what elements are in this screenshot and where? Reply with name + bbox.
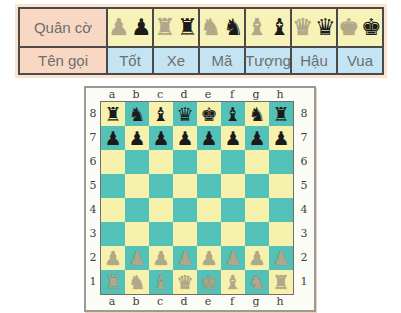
square-e2[interactable]: ♟ (197, 246, 221, 270)
legend-table: Quân cờ♟♟♜♜♞♞♝♝♛♛♚♚Tên gọiTốtXeMãTượngHậ… (15, 4, 387, 78)
legend-name-cell-bishop: Tượng (246, 48, 290, 73)
square-h1[interactable]: ♜ (269, 270, 293, 294)
black-piece-c8: ♝ (152, 102, 169, 126)
square-f4[interactable] (221, 198, 245, 222)
rank-label-1: 1 (294, 270, 314, 294)
square-f3[interactable] (221, 222, 245, 246)
square-h6[interactable] (269, 150, 293, 174)
white-piece-h2: ♟ (272, 246, 289, 270)
black-king-icon: ♚ (361, 16, 382, 39)
black-rook-icon: ♜ (177, 16, 198, 39)
white-knight-icon: ♞ (200, 16, 221, 39)
rank-label-2: 2 (294, 246, 314, 270)
square-c1[interactable]: ♝ (149, 270, 173, 294)
rank-label-1: 1 (86, 270, 100, 294)
square-d8[interactable]: ♛ (173, 102, 197, 126)
rank-labels-right: 87654321 (294, 101, 314, 295)
legend-row1-label: Quân cờ (20, 9, 106, 46)
square-d3[interactable] (173, 222, 197, 246)
rank-label-2: 2 (86, 246, 100, 270)
white-queen-icon: ♛ (292, 16, 313, 39)
file-label-b: b (124, 88, 148, 101)
white-piece-f1: ♝ (224, 270, 241, 294)
black-piece-d7: ♟ (176, 126, 193, 150)
square-g4[interactable] (245, 198, 269, 222)
board-middle: 87654321 ♜♞♝♛♚♝♞♜♟♟♟♟♟♟♟♟♟♟♟♟♟♟♟♟♜♞♝♛♚♝♞… (86, 101, 314, 295)
file-labels-top: abcdefgh (100, 88, 314, 101)
white-piece-d1: ♛ (176, 270, 193, 294)
square-c3[interactable] (149, 222, 173, 246)
legend-piece-cell-queen: ♛♛ (292, 9, 336, 46)
white-piece-a2: ♟ (104, 246, 121, 270)
square-g8[interactable]: ♞ (245, 102, 269, 126)
file-label-g: g (244, 88, 268, 101)
legend-name-cell-rook: Xe (154, 48, 198, 73)
file-labels-bottom: abcdefgh (100, 295, 314, 310)
file-label-f: f (220, 295, 244, 310)
square-f8[interactable]: ♝ (221, 102, 245, 126)
square-e1[interactable]: ♚ (197, 270, 221, 294)
square-a3[interactable] (101, 222, 125, 246)
black-piece-f8: ♝ (224, 102, 241, 126)
square-f6[interactable] (221, 150, 245, 174)
square-g3[interactable] (245, 222, 269, 246)
square-e3[interactable] (197, 222, 221, 246)
square-c5[interactable] (149, 174, 173, 198)
square-h5[interactable] (269, 174, 293, 198)
white-piece-c1: ♝ (152, 270, 169, 294)
square-f5[interactable] (221, 174, 245, 198)
square-a8[interactable]: ♜ (101, 102, 125, 126)
black-piece-a7: ♟ (104, 126, 121, 150)
rank-label-4: 4 (86, 198, 100, 222)
square-d6[interactable] (173, 150, 197, 174)
square-e8[interactable]: ♚ (197, 102, 221, 126)
square-b4[interactable] (125, 198, 149, 222)
square-a5[interactable] (101, 174, 125, 198)
square-e7[interactable]: ♟ (197, 126, 221, 150)
square-e5[interactable] (197, 174, 221, 198)
white-piece-b2: ♟ (128, 246, 145, 270)
square-c4[interactable] (149, 198, 173, 222)
square-a7[interactable]: ♟ (101, 126, 125, 150)
square-h2[interactable]: ♟ (269, 246, 293, 270)
legend-piece-cell-king: ♚♚ (338, 9, 382, 46)
square-d4[interactable] (173, 198, 197, 222)
black-piece-e7: ♟ (200, 126, 217, 150)
white-piece-g2: ♟ (248, 246, 265, 270)
black-pawn-icon: ♟ (131, 16, 152, 39)
rank-labels-left: 87654321 (86, 101, 100, 295)
rank-label-3: 3 (86, 222, 100, 246)
square-b1[interactable]: ♞ (125, 270, 149, 294)
legend-name-cell-knight: Mã (200, 48, 244, 73)
square-f2[interactable]: ♟ (221, 246, 245, 270)
black-piece-e8: ♚ (200, 102, 217, 126)
file-label-h: h (268, 295, 292, 310)
square-a1[interactable]: ♜ (101, 270, 125, 294)
square-g5[interactable] (245, 174, 269, 198)
square-g6[interactable] (245, 150, 269, 174)
file-label-a: a (100, 88, 124, 101)
square-c8[interactable]: ♝ (149, 102, 173, 126)
rank-label-5: 5 (294, 174, 314, 198)
black-queen-icon: ♛ (315, 16, 336, 39)
rank-label-7: 7 (294, 126, 314, 150)
square-f1[interactable]: ♝ (221, 270, 245, 294)
file-label-e: e (196, 88, 220, 101)
black-piece-f7: ♟ (224, 126, 241, 150)
black-piece-a8: ♜ (104, 102, 121, 126)
square-g2[interactable]: ♟ (245, 246, 269, 270)
white-rook-icon: ♜ (154, 16, 175, 39)
square-b2[interactable]: ♟ (125, 246, 149, 270)
legend-name-cell-pawn: Tốt (108, 48, 152, 73)
chess-board: abcdefgh 87654321 ♜♞♝♛♚♝♞♜♟♟♟♟♟♟♟♟♟♟♟♟♟♟… (84, 86, 316, 312)
square-h4[interactable] (269, 198, 293, 222)
board-squares: ♜♞♝♛♚♝♞♜♟♟♟♟♟♟♟♟♟♟♟♟♟♟♟♟♜♞♝♛♚♝♞♜ (100, 101, 294, 295)
black-piece-b7: ♟ (128, 126, 145, 150)
square-c2[interactable]: ♟ (149, 246, 173, 270)
black-piece-h8: ♜ (272, 102, 289, 126)
black-piece-d8: ♛ (176, 102, 193, 126)
rank-label-3: 3 (294, 222, 314, 246)
square-h7[interactable]: ♟ (269, 126, 293, 150)
rank-label-6: 6 (86, 150, 100, 174)
legend-grid: Quân cờ♟♟♜♜♞♞♝♝♛♛♚♚Tên gọiTốtXeMãTượngHậ… (18, 7, 384, 75)
legend-name-cell-queen: Hậu (292, 48, 336, 73)
legend-row2-label: Tên gọi (20, 48, 106, 73)
square-d7[interactable]: ♟ (173, 126, 197, 150)
square-b8[interactable]: ♞ (125, 102, 149, 126)
white-piece-g1: ♞ (248, 270, 265, 294)
legend-name-cell-king: Vua (338, 48, 382, 73)
square-a2[interactable]: ♟ (101, 246, 125, 270)
white-piece-f2: ♟ (224, 246, 241, 270)
file-label-b: b (124, 295, 148, 310)
white-piece-c2: ♟ (152, 246, 169, 270)
square-a6[interactable] (101, 150, 125, 174)
square-h8[interactable]: ♜ (269, 102, 293, 126)
black-piece-c7: ♟ (152, 126, 169, 150)
square-c6[interactable] (149, 150, 173, 174)
rank-label-8: 8 (86, 102, 100, 126)
square-f7[interactable]: ♟ (221, 126, 245, 150)
square-g7[interactable]: ♟ (245, 126, 269, 150)
white-piece-h1: ♜ (272, 270, 289, 294)
legend-piece-cell-bishop: ♝♝ (246, 9, 290, 46)
square-c7[interactable]: ♟ (149, 126, 173, 150)
legend-piece-cell-pawn: ♟♟ (108, 9, 152, 46)
rank-label-8: 8 (294, 102, 314, 126)
square-h3[interactable] (269, 222, 293, 246)
square-e4[interactable] (197, 198, 221, 222)
black-piece-h7: ♟ (272, 126, 289, 150)
square-d5[interactable] (173, 174, 197, 198)
white-piece-b1: ♞ (128, 270, 145, 294)
file-label-g: g (244, 295, 268, 310)
legend-piece-cell-knight: ♞♞ (200, 9, 244, 46)
square-b7[interactable]: ♟ (125, 126, 149, 150)
square-d1[interactable]: ♛ (173, 270, 197, 294)
black-piece-g8: ♞ (248, 102, 265, 126)
white-piece-e2: ♟ (200, 246, 217, 270)
square-b3[interactable] (125, 222, 149, 246)
square-d2[interactable]: ♟ (173, 246, 197, 270)
file-label-h: h (268, 88, 292, 101)
square-b5[interactable] (125, 174, 149, 198)
square-a4[interactable] (101, 198, 125, 222)
white-piece-a1: ♜ (104, 270, 121, 294)
white-bishop-icon: ♝ (246, 16, 267, 39)
white-piece-d2: ♟ (176, 246, 193, 270)
square-e6[interactable] (197, 150, 221, 174)
white-king-icon: ♚ (338, 16, 359, 39)
rank-label-4: 4 (294, 198, 314, 222)
file-label-c: c (148, 295, 172, 310)
white-piece-e1: ♚ (200, 270, 217, 294)
black-knight-icon: ♞ (223, 16, 244, 39)
black-piece-g7: ♟ (248, 126, 265, 150)
rank-label-7: 7 (86, 126, 100, 150)
square-b6[interactable] (125, 150, 149, 174)
file-label-c: c (148, 88, 172, 101)
square-g1[interactable]: ♞ (245, 270, 269, 294)
file-label-a: a (100, 295, 124, 310)
rank-label-5: 5 (86, 174, 100, 198)
black-bishop-icon: ♝ (269, 16, 290, 39)
file-label-f: f (220, 88, 244, 101)
file-label-e: e (196, 295, 220, 310)
legend-piece-cell-rook: ♜♜ (154, 9, 198, 46)
file-label-d: d (172, 295, 196, 310)
black-piece-b8: ♞ (128, 102, 145, 126)
white-pawn-icon: ♟ (108, 16, 129, 39)
rank-label-6: 6 (294, 150, 314, 174)
file-label-d: d (172, 88, 196, 101)
